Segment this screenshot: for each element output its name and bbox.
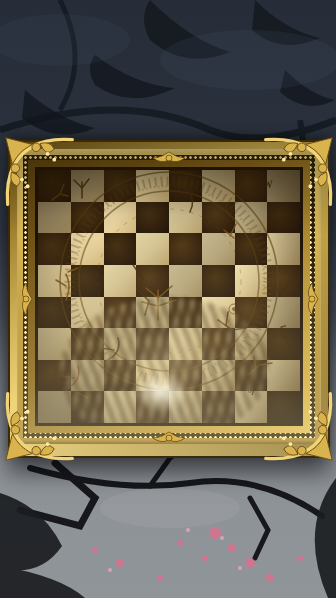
square-b1	[71, 391, 104, 423]
square-d2	[136, 360, 169, 392]
square-c8	[104, 170, 137, 202]
square-f3	[202, 328, 235, 360]
square-g5	[235, 265, 268, 297]
square-h1	[267, 391, 300, 423]
square-e5	[169, 265, 202, 297]
frame-ridge-band: W Will of	[17, 149, 321, 444]
square-b6	[71, 233, 104, 265]
square-c4	[104, 297, 137, 329]
square-c3	[104, 328, 137, 360]
square-a8	[38, 170, 71, 202]
square-e1	[169, 391, 202, 423]
square-h7	[267, 202, 300, 234]
frame-outer-band: W Will of	[10, 142, 328, 456]
square-g6	[235, 233, 268, 265]
square-e4	[169, 297, 202, 329]
square-b2	[71, 360, 104, 392]
square-d6	[136, 233, 169, 265]
square-a5	[38, 265, 71, 297]
square-a1	[38, 391, 71, 423]
square-d8	[136, 170, 169, 202]
square-g8	[235, 170, 268, 202]
square-f8	[202, 170, 235, 202]
square-b7	[71, 202, 104, 234]
square-b3	[71, 328, 104, 360]
square-e2	[169, 360, 202, 392]
square-a7	[38, 202, 71, 234]
square-g1	[235, 391, 268, 423]
frame-beaded-trim: W Will of	[23, 155, 315, 438]
chess-board-gilded-frame: W Will of	[8, 140, 330, 458]
square-f1	[202, 391, 235, 423]
square-a4	[38, 297, 71, 329]
square-a3	[38, 328, 71, 360]
square-f5	[202, 265, 235, 297]
square-h4	[267, 297, 300, 329]
square-d7	[136, 202, 169, 234]
square-d1	[136, 391, 169, 423]
square-f6	[202, 233, 235, 265]
square-a2	[38, 360, 71, 392]
square-a6	[38, 233, 71, 265]
square-g4	[235, 297, 268, 329]
square-e3	[169, 328, 202, 360]
frame-inner-lip: W Will of	[35, 167, 303, 426]
square-c2	[104, 360, 137, 392]
square-e6	[169, 233, 202, 265]
square-c6	[104, 233, 137, 265]
square-d5	[136, 265, 169, 297]
square-b4	[71, 297, 104, 329]
square-g2	[235, 360, 268, 392]
square-h8	[267, 170, 300, 202]
square-g3	[235, 328, 268, 360]
square-h3	[267, 328, 300, 360]
square-h6	[267, 233, 300, 265]
photo-of-chess-board: W Will of	[0, 0, 336, 598]
square-h5	[267, 265, 300, 297]
square-d3	[136, 328, 169, 360]
square-c1	[104, 391, 137, 423]
frame-inner-band: W Will of	[28, 160, 310, 433]
square-g7	[235, 202, 268, 234]
chess-board: W Will of	[38, 170, 300, 423]
bottom-fabric-branch-pattern	[0, 438, 336, 598]
square-c7	[104, 202, 137, 234]
square-e7	[169, 202, 202, 234]
square-f2	[202, 360, 235, 392]
square-h2	[267, 360, 300, 392]
square-e8	[169, 170, 202, 202]
square-f7	[202, 202, 235, 234]
square-c5	[104, 265, 137, 297]
square-f4	[202, 297, 235, 329]
square-d4	[136, 297, 169, 329]
square-b5	[71, 265, 104, 297]
square-b8	[71, 170, 104, 202]
